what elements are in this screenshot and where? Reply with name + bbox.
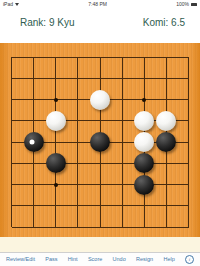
grid-line-horizontal: [12, 184, 189, 185]
battery-icon: [191, 3, 197, 6]
toolbar-button-pass[interactable]: Pass: [45, 257, 57, 263]
toolbar-button-resign[interactable]: Resign: [136, 257, 153, 263]
last-move-marker: [30, 140, 35, 145]
wifi-icon: [15, 3, 19, 6]
info-button[interactable]: i: [185, 255, 194, 264]
carrier-label: iPad: [3, 1, 13, 7]
black-stone: [156, 132, 176, 152]
board-grid[interactable]: [12, 57, 189, 227]
star-point: [142, 98, 146, 102]
star-point: [54, 183, 58, 187]
info-icon: i: [185, 255, 194, 264]
grid-line-vertical: [122, 57, 123, 227]
battery-percent: 100%: [176, 1, 189, 7]
white-stone: [134, 132, 154, 152]
go-board[interactable]: [0, 43, 200, 237]
toolbar-button-hint[interactable]: Hint: [68, 257, 78, 263]
white-stone: [134, 111, 154, 131]
status-time: 7:48 PM: [88, 1, 107, 7]
bottom-toolbar: Review/EditPassHintScoreUndoResignHelpi: [0, 252, 200, 266]
black-stone: [24, 132, 44, 152]
white-stone: [156, 111, 176, 131]
toolbar-button-undo[interactable]: Undo: [113, 257, 126, 263]
black-stone: [90, 132, 110, 152]
black-stone: [134, 153, 154, 173]
rank-label: Rank: 9 Kyu: [20, 17, 74, 28]
grid-line-horizontal: [12, 227, 189, 228]
black-stone: [46, 153, 66, 173]
toolbar-button-review-edit[interactable]: Review/Edit: [6, 257, 35, 263]
star-point: [54, 98, 58, 102]
black-stone: [134, 175, 154, 195]
white-stone: [90, 90, 110, 110]
grid-line-vertical: [188, 57, 189, 227]
grid-line-horizontal: [12, 205, 189, 206]
status-bar: iPad 7:48 PM 100%: [0, 0, 200, 8]
komi-label: Komi: 6.5: [143, 17, 185, 28]
toolbar-button-help[interactable]: Help: [163, 257, 174, 263]
app-screen: iPad 7:48 PM 100% Rank: 9 Kyu Komi: 6.5 …: [0, 0, 200, 266]
white-stone: [46, 111, 66, 131]
game-info-header: Rank: 9 Kyu Komi: 6.5: [0, 12, 200, 32]
toolbar-button-score[interactable]: Score: [88, 257, 102, 263]
grid-line-horizontal: [12, 163, 189, 164]
board-bottom-strip: [0, 237, 200, 252]
